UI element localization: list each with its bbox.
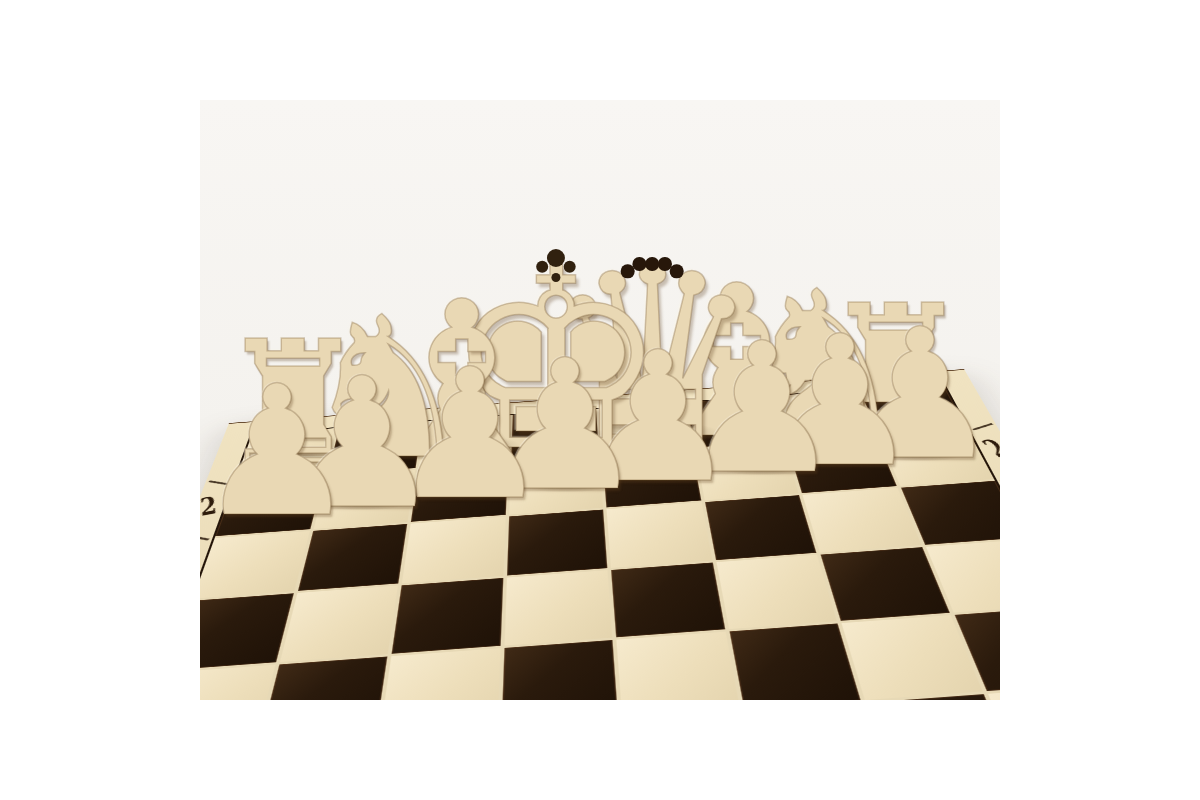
- pawn-glyph: ♟: [200, 362, 358, 542]
- white-pawn-h2: ♟: [200, 362, 358, 542]
- product-photo: 232 ♜♞♝♛♚♝♞♜♟♟♟♟♟♟♟♟: [200, 100, 1000, 700]
- pieces-layer: ♜♞♝♛♚♝♞♜♟♟♟♟♟♟♟♟: [200, 100, 1000, 700]
